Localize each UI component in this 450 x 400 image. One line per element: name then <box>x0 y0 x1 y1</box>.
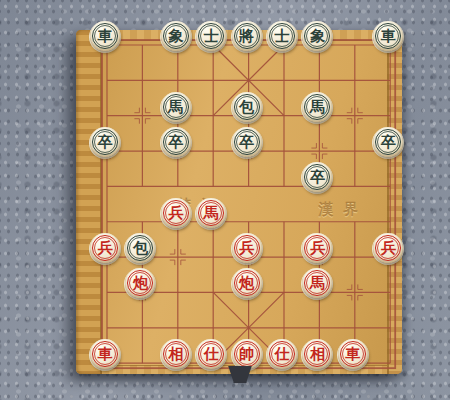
piece-red-advisor[interactable]: 仕 <box>196 339 226 369</box>
piece-red-soldier[interactable]: 兵 <box>302 233 332 263</box>
piece-black-general[interactable]: 將 <box>232 21 262 51</box>
photo-scene: 楚河 漢界 車象士將士象車馬包馬卒卒卒卒卒包兵馬兵兵兵兵炮炮馬車相仕帥仕相車 <box>0 0 450 400</box>
piece-red-horse[interactable]: 馬 <box>196 198 226 228</box>
piece-glyph: 卒 <box>161 127 191 157</box>
piece-glyph: 炮 <box>232 268 262 298</box>
piece-red-cannon[interactable]: 炮 <box>232 268 262 298</box>
piece-glyph: 仕 <box>267 339 297 369</box>
carved-border-right <box>387 30 402 374</box>
board-clasp <box>226 366 254 383</box>
piece-black-elephant[interactable]: 象 <box>161 21 191 51</box>
piece-glyph: 馬 <box>161 92 191 122</box>
piece-red-soldier[interactable]: 兵 <box>161 198 191 228</box>
piece-glyph: 車 <box>90 21 120 51</box>
piece-glyph: 兵 <box>302 233 332 263</box>
piece-red-cannon[interactable]: 炮 <box>125 268 155 298</box>
piece-glyph: 馬 <box>302 268 332 298</box>
piece-black-chariot[interactable]: 車 <box>373 21 403 51</box>
piece-black-chariot[interactable]: 車 <box>90 21 120 51</box>
piece-black-soldier[interactable]: 卒 <box>90 127 120 157</box>
piece-red-soldier[interactable]: 兵 <box>373 233 403 263</box>
piece-glyph: 包 <box>125 233 155 263</box>
xiangqi-board <box>76 30 402 374</box>
piece-black-advisor[interactable]: 士 <box>196 21 226 51</box>
piece-glyph: 馬 <box>196 198 226 228</box>
piece-glyph: 仕 <box>196 339 226 369</box>
piece-glyph: 炮 <box>125 268 155 298</box>
piece-black-cannon[interactable]: 包 <box>232 92 262 122</box>
piece-black-cannon[interactable]: 包 <box>125 233 155 263</box>
piece-glyph: 士 <box>267 21 297 51</box>
piece-glyph: 卒 <box>232 127 262 157</box>
piece-red-chariot[interactable]: 車 <box>338 339 368 369</box>
piece-red-general[interactable]: 帥 <box>232 339 262 369</box>
piece-black-advisor[interactable]: 士 <box>267 21 297 51</box>
piece-glyph: 車 <box>90 339 120 369</box>
piece-glyph: 帥 <box>232 339 262 369</box>
piece-glyph: 將 <box>232 21 262 51</box>
piece-glyph: 象 <box>161 21 191 51</box>
piece-glyph: 卒 <box>373 127 403 157</box>
piece-glyph: 兵 <box>232 233 262 263</box>
piece-black-elephant[interactable]: 象 <box>302 21 332 51</box>
piece-red-chariot[interactable]: 車 <box>90 339 120 369</box>
piece-glyph: 士 <box>196 21 226 51</box>
piece-black-soldier[interactable]: 卒 <box>232 127 262 157</box>
piece-red-soldier[interactable]: 兵 <box>90 233 120 263</box>
piece-glyph: 包 <box>232 92 262 122</box>
piece-glyph: 相 <box>161 339 191 369</box>
piece-glyph: 兵 <box>90 233 120 263</box>
piece-glyph: 卒 <box>90 127 120 157</box>
piece-black-soldier[interactable]: 卒 <box>373 127 403 157</box>
piece-glyph: 象 <box>302 21 332 51</box>
piece-black-soldier[interactable]: 卒 <box>302 162 332 192</box>
carved-border-left <box>76 30 102 374</box>
piece-red-elephant[interactable]: 相 <box>161 339 191 369</box>
piece-black-horse[interactable]: 馬 <box>161 92 191 122</box>
piece-red-soldier[interactable]: 兵 <box>232 233 262 263</box>
piece-glyph: 馬 <box>302 92 332 122</box>
piece-glyph: 車 <box>373 21 403 51</box>
piece-red-horse[interactable]: 馬 <box>302 268 332 298</box>
piece-black-soldier[interactable]: 卒 <box>161 127 191 157</box>
piece-glyph: 兵 <box>161 198 191 228</box>
piece-black-horse[interactable]: 馬 <box>302 92 332 122</box>
piece-glyph: 卒 <box>302 162 332 192</box>
piece-glyph: 兵 <box>373 233 403 263</box>
piece-red-elephant[interactable]: 相 <box>302 339 332 369</box>
piece-red-advisor[interactable]: 仕 <box>267 339 297 369</box>
piece-glyph: 車 <box>338 339 368 369</box>
piece-glyph: 相 <box>302 339 332 369</box>
